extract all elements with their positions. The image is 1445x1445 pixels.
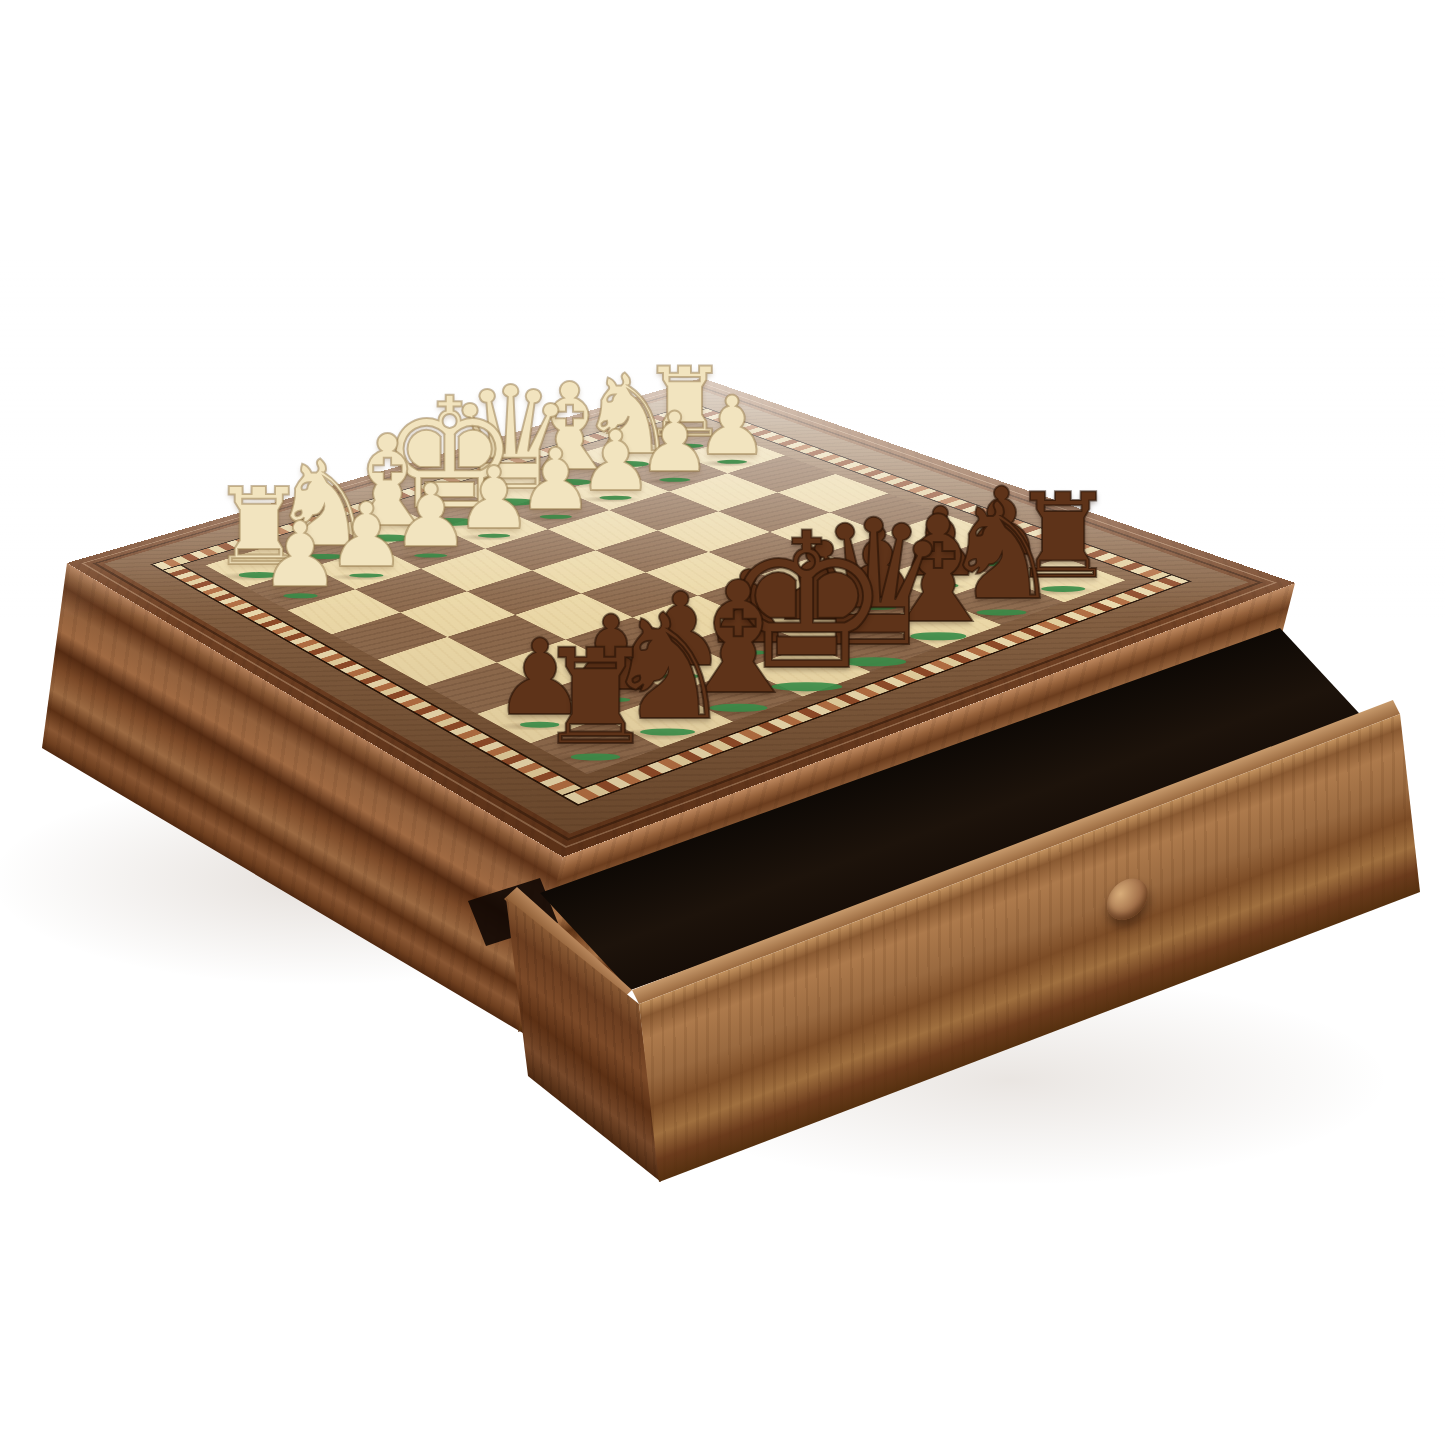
piece-black-rook-h8[interactable]: ♜ <box>536 632 654 764</box>
pieces-layer: ♜♞♝♛♚♝♞♜♟♟♟♟♟♟♟♟♟♟♟♟♟♟♟♟♜♞♝♛♚♝♞♜ <box>0 0 1445 1445</box>
piece-white-pawn-h2[interactable]: ♟ <box>260 511 341 601</box>
product-photo-stage: ♜♞♝♛♚♝♞♜♟♟♟♟♟♟♟♟♟♟♟♟♟♟♟♟♜♞♝♛♚♝♞♜ <box>0 0 1445 1445</box>
